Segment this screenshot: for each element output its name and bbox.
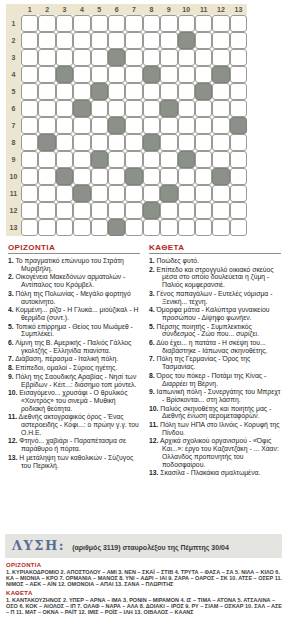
row-label: 1 bbox=[6, 15, 21, 32]
grid-cell[interactable] bbox=[91, 219, 108, 236]
grid-cell[interactable] bbox=[178, 219, 195, 236]
grid-cell[interactable] bbox=[125, 185, 142, 202]
grid-cell[interactable] bbox=[195, 66, 212, 83]
grid-cell[interactable] bbox=[178, 168, 195, 185]
grid-cell[interactable] bbox=[212, 32, 229, 49]
column-label: 12 bbox=[212, 4, 229, 15]
grid-cell[interactable] bbox=[21, 49, 38, 66]
grid-cell[interactable] bbox=[73, 151, 90, 168]
grid-cell[interactable] bbox=[125, 219, 142, 236]
grid-cell[interactable] bbox=[160, 219, 177, 236]
grid-cell[interactable] bbox=[125, 100, 142, 117]
across-clues: 1. Το πραγματικό επώνυμο του Στράτη Μυρι… bbox=[8, 257, 140, 469]
blocked-cell bbox=[91, 151, 108, 168]
clue-item: 1. Το πραγματικό επώνυμο του Στράτη Μυρι… bbox=[8, 257, 140, 272]
grid-cell[interactable] bbox=[125, 83, 142, 100]
blocked-cell bbox=[160, 185, 177, 202]
grid-cell[interactable] bbox=[73, 32, 90, 49]
grid-cell[interactable] bbox=[230, 83, 247, 100]
grid-cell[interactable] bbox=[38, 15, 55, 32]
row-label: 5 bbox=[6, 83, 21, 100]
grid-cell[interactable] bbox=[38, 49, 55, 66]
grid-cell[interactable] bbox=[230, 185, 247, 202]
grid-cell[interactable] bbox=[125, 15, 142, 32]
grid-cell[interactable] bbox=[195, 32, 212, 49]
row-label: 3 bbox=[6, 49, 21, 66]
grid-cell[interactable] bbox=[143, 219, 160, 236]
grid-cell[interactable] bbox=[195, 185, 212, 202]
grid-cell[interactable] bbox=[125, 49, 142, 66]
grid-cell[interactable] bbox=[212, 117, 229, 134]
grid-cell[interactable] bbox=[160, 117, 177, 134]
grid-cell[interactable] bbox=[108, 185, 125, 202]
grid-cell[interactable] bbox=[108, 15, 125, 32]
grid-cell[interactable] bbox=[21, 185, 38, 202]
blocked-cell bbox=[230, 117, 247, 134]
grid-cell[interactable] bbox=[21, 202, 38, 219]
blocked-cell bbox=[73, 100, 90, 117]
blocked-cell bbox=[212, 168, 229, 185]
grid-cell[interactable] bbox=[73, 134, 90, 151]
across-header: ΟΡΙΖΟΝΤΙΑ bbox=[8, 243, 140, 254]
grid-cell[interactable] bbox=[195, 151, 212, 168]
row-label: 12 bbox=[6, 202, 21, 219]
grid-cell[interactable] bbox=[143, 83, 160, 100]
clue-item: 9. Ιαπωνική πόλη - Συνεργάτης του Μπρεχτ… bbox=[149, 388, 281, 403]
clue-item: 8. Επίπεδοι, ομαλοί - Σύριος ηγέτης. bbox=[8, 364, 140, 372]
clue-item: 12. Φτηνό... χαβιάρι - Παραπέτασμα σε πα… bbox=[8, 437, 140, 452]
column-label: 9 bbox=[160, 4, 177, 15]
solution-across-text: 1. ΚΥΡΙΑΚΟΔΡΟΜΙΟ 2. ΑΠΟΣΤΟΛΟΥ – ΑΜΙ 3. Ν… bbox=[6, 569, 282, 588]
grid-cell[interactable] bbox=[212, 100, 229, 117]
blocked-cell bbox=[56, 66, 73, 83]
grid-cell[interactable] bbox=[91, 134, 108, 151]
blocked-cell bbox=[143, 134, 160, 151]
clues-section: ΟΡΙΖΟΝΤΙΑ 1. Το πραγματικό επώνυμο του Σ… bbox=[8, 243, 281, 478]
grid-cell[interactable] bbox=[195, 168, 212, 185]
grid-cell[interactable] bbox=[108, 134, 125, 151]
down-column: ΚΑΘΕΤΑ 1. Ποώδες φυτό.2. Επίπεδο και στρ… bbox=[149, 243, 281, 478]
grid-cell[interactable] bbox=[91, 66, 108, 83]
grid-cell[interactable] bbox=[125, 151, 142, 168]
grid-cell[interactable] bbox=[108, 32, 125, 49]
column-label: 10 bbox=[178, 4, 195, 15]
grid-cell[interactable] bbox=[178, 83, 195, 100]
blocked-cell bbox=[125, 168, 142, 185]
crossword-board: 1234567891011121312345678910111213 bbox=[6, 4, 247, 236]
blocked-cell bbox=[143, 202, 160, 219]
grid-cell[interactable] bbox=[143, 185, 160, 202]
grid-cell[interactable] bbox=[230, 66, 247, 83]
across-column: ΟΡΙΖΟΝΤΙΑ 1. Το πραγματικό επώνυμο του Σ… bbox=[8, 243, 140, 478]
grid-cell[interactable] bbox=[21, 219, 38, 236]
clue-item: 10. Παλιός σκηνοθέτης και ποιητής μας - … bbox=[149, 405, 281, 420]
solution-section: ΟΡΙΖΟΝΤΙΑ 1. ΚΥΡΙΑΚΟΔΡΟΜΙΟ 2. ΑΠΟΣΤΟΛΟΥ … bbox=[6, 560, 282, 615]
clue-item: 3. Πόλη της Πολωνίας - Μεγάλο φορτηγό αυ… bbox=[8, 290, 140, 305]
grid-cell[interactable] bbox=[178, 100, 195, 117]
clue-item: 2. Επίπεδο και στρογγυλό οικιακό σκεύος … bbox=[149, 266, 281, 289]
board-corner bbox=[6, 4, 21, 15]
grid-cell[interactable] bbox=[125, 32, 142, 49]
solution-down-text: 1. ΚΑΝΤΑΚΟΥΖΗΝΟΣ 2. ΥΠΕΡ – ΑΡΝΑ – ΙΜΑ 3.… bbox=[6, 597, 282, 616]
grid-cell[interactable] bbox=[56, 49, 73, 66]
grid-cell[interactable] bbox=[212, 49, 229, 66]
column-label: 11 bbox=[195, 4, 212, 15]
grid-cell[interactable] bbox=[212, 134, 229, 151]
clue-item: 5. Τοπικό επίρρημα - Θείος του Μωάμεθ - … bbox=[8, 323, 140, 338]
grid-cell[interactable] bbox=[91, 117, 108, 134]
grid-cell[interactable] bbox=[212, 151, 229, 168]
grid-cell[interactable] bbox=[230, 219, 247, 236]
solution-subtitle: (αριθμός 3119) σταυρολέξου της Πέμπτης 3… bbox=[72, 544, 229, 551]
clue-item: 9. Πόλη της Σαουδικής Αραβίας - Νησί των… bbox=[8, 373, 140, 388]
grid-cell[interactable] bbox=[125, 66, 142, 83]
blocked-cell bbox=[160, 100, 177, 117]
grid-cell[interactable] bbox=[38, 32, 55, 49]
solution-label: ΛΥΣΗ: bbox=[12, 538, 65, 553]
clue-item: 7. Πόλη της Γερμανίας - Όρος της Τασμανί… bbox=[149, 355, 281, 370]
clue-item: 13. Η μετάληψη των καθολικών - Σύζυγος τ… bbox=[8, 454, 140, 469]
grid-cell[interactable] bbox=[73, 15, 90, 32]
grid-cell[interactable] bbox=[73, 168, 90, 185]
grid-cell[interactable] bbox=[38, 219, 55, 236]
clue-item: 6. Λίμνη της Β. Αμερικής - Παλιός Γάλλος… bbox=[8, 339, 140, 354]
grid-cell[interactable] bbox=[230, 49, 247, 66]
grid-cell[interactable] bbox=[21, 83, 38, 100]
column-label: 5 bbox=[91, 4, 108, 15]
clue-item: 1. Ποώδες φυτό. bbox=[149, 257, 281, 265]
grid-cell[interactable] bbox=[21, 32, 38, 49]
grid-cell[interactable] bbox=[160, 83, 177, 100]
grid-cell[interactable] bbox=[230, 32, 247, 49]
blocked-cell bbox=[91, 83, 108, 100]
grid-cell[interactable] bbox=[21, 117, 38, 134]
grid-cell[interactable] bbox=[38, 117, 55, 134]
grid-cell[interactable] bbox=[230, 151, 247, 168]
grid-cell[interactable] bbox=[195, 134, 212, 151]
grid-cell[interactable] bbox=[56, 185, 73, 202]
down-header: ΚΑΘΕΤΑ bbox=[149, 243, 281, 254]
grid-cell[interactable] bbox=[195, 100, 212, 117]
clue-item: 8. Όρος του πόκερ - Ποτάμι της Κίνας - Δ… bbox=[149, 372, 281, 387]
column-label: 2 bbox=[38, 4, 55, 15]
clue-item: 11. Πόλη των ΗΠΑ στο Ιλινόις - Κορυφή τη… bbox=[149, 421, 281, 436]
clue-item: 4. Όμορφα μάτια - Καλύπτρα γυναικείου πρ… bbox=[149, 306, 281, 321]
grid-cell[interactable] bbox=[125, 117, 142, 134]
grid-cell[interactable] bbox=[178, 66, 195, 83]
grid-cell[interactable] bbox=[195, 15, 212, 32]
grid-cell[interactable] bbox=[56, 15, 73, 32]
grid-cell[interactable] bbox=[91, 15, 108, 32]
grid-cell[interactable] bbox=[178, 202, 195, 219]
grid-cell[interactable] bbox=[38, 168, 55, 185]
blocked-cell bbox=[108, 219, 125, 236]
grid-cell[interactable] bbox=[160, 66, 177, 83]
row-label: 4 bbox=[6, 66, 21, 83]
grid-cell[interactable] bbox=[38, 151, 55, 168]
column-label: 8 bbox=[143, 4, 160, 15]
grid-cell[interactable] bbox=[56, 202, 73, 219]
grid-cell[interactable] bbox=[230, 202, 247, 219]
clue-item: 4. Κομμένη... ρίζα - Η Γλυκά... μιούζικα… bbox=[8, 306, 140, 321]
blocked-cell bbox=[195, 83, 212, 100]
solution-banner: ΛΥΣΗ: (αριθμός 3119) σταυρολέξου της Πέμ… bbox=[5, 534, 282, 558]
column-label: 13 bbox=[230, 4, 247, 15]
grid-cell[interactable] bbox=[21, 100, 38, 117]
column-label: 6 bbox=[108, 4, 125, 15]
grid-cell[interactable] bbox=[21, 134, 38, 151]
grid-cell[interactable] bbox=[195, 49, 212, 66]
grid-cell[interactable] bbox=[230, 168, 247, 185]
grid-cell[interactable] bbox=[21, 151, 38, 168]
grid-cell[interactable] bbox=[73, 66, 90, 83]
blocked-cell bbox=[178, 151, 195, 168]
row-label: 8 bbox=[6, 134, 21, 151]
grid-cell[interactable] bbox=[56, 32, 73, 49]
grid-cell[interactable] bbox=[195, 219, 212, 236]
grid-cell[interactable] bbox=[73, 49, 90, 66]
grid-cell[interactable] bbox=[91, 185, 108, 202]
grid-cell[interactable] bbox=[21, 168, 38, 185]
blocked-cell bbox=[212, 66, 229, 83]
solution-across-header: ΟΡΙΖΟΝΤΙΑ bbox=[6, 562, 282, 568]
grid-cell[interactable] bbox=[160, 49, 177, 66]
down-clues: 1. Ποώδες φυτό.2. Επίπεδο και στρογγυλό … bbox=[149, 257, 281, 477]
grid-cell[interactable] bbox=[38, 185, 55, 202]
grid-cell[interactable] bbox=[160, 15, 177, 32]
grid-cell[interactable] bbox=[178, 185, 195, 202]
grid-cell[interactable] bbox=[56, 117, 73, 134]
grid-cell[interactable] bbox=[91, 49, 108, 66]
grid-cell[interactable] bbox=[73, 117, 90, 134]
grid-cell[interactable] bbox=[143, 117, 160, 134]
column-label: 1 bbox=[21, 4, 38, 15]
grid-cell[interactable] bbox=[38, 202, 55, 219]
grid-cell[interactable] bbox=[38, 100, 55, 117]
blocked-cell bbox=[108, 49, 125, 66]
clue-item: 12. Αρχικά σχολικού οργανισμού - «Όφις Κ… bbox=[149, 437, 281, 468]
row-label: 10 bbox=[6, 168, 21, 185]
grid-cell[interactable] bbox=[108, 66, 125, 83]
grid-cell[interactable] bbox=[38, 83, 55, 100]
blocked-cell bbox=[108, 117, 125, 134]
grid-cell[interactable] bbox=[160, 151, 177, 168]
blocked-cell bbox=[73, 185, 90, 202]
grid-cell[interactable] bbox=[143, 100, 160, 117]
grid-cell[interactable] bbox=[212, 219, 229, 236]
clue-item: 2. Οικογένεια Μακεδόνων αρματολών - Αντί… bbox=[8, 273, 140, 288]
grid-cell[interactable] bbox=[160, 202, 177, 219]
grid-cell[interactable] bbox=[91, 168, 108, 185]
grid-cell[interactable] bbox=[178, 15, 195, 32]
clue-item: 11. Διεθνής ακτογραφικός όρος - Ένας αστ… bbox=[8, 413, 140, 436]
blocked-cell bbox=[178, 32, 195, 49]
grid-cell[interactable] bbox=[21, 66, 38, 83]
crossword-page: 1234567891011121312345678910111213 ΟΡΙΖΟ… bbox=[0, 0, 287, 619]
clue-item: 5. Πέρσης ποιητής - Συμπλεκτικός σύνδεσμ… bbox=[149, 323, 281, 338]
grid-cell[interactable] bbox=[230, 100, 247, 117]
grid-cell[interactable] bbox=[212, 202, 229, 219]
grid-cell[interactable] bbox=[73, 83, 90, 100]
grid-cell[interactable] bbox=[143, 32, 160, 49]
grid-cell[interactable] bbox=[143, 15, 160, 32]
grid-cell[interactable] bbox=[38, 66, 55, 83]
column-label: 3 bbox=[56, 4, 73, 15]
column-label: 7 bbox=[125, 4, 142, 15]
row-label: 11 bbox=[6, 185, 21, 202]
row-label: 6 bbox=[6, 100, 21, 117]
solution-down-header: ΚΑΘΕΤΑ bbox=[6, 590, 282, 596]
grid-cell[interactable] bbox=[73, 219, 90, 236]
blocked-cell bbox=[143, 66, 160, 83]
row-label: 13 bbox=[6, 219, 21, 236]
row-label: 2 bbox=[6, 32, 21, 49]
grid-cell[interactable] bbox=[56, 219, 73, 236]
grid-cell[interactable] bbox=[108, 100, 125, 117]
grid-cell[interactable] bbox=[108, 168, 125, 185]
grid-cell[interactable] bbox=[178, 49, 195, 66]
grid-cell[interactable] bbox=[143, 168, 160, 185]
grid-cell[interactable] bbox=[91, 202, 108, 219]
clue-item: 10. Εισαγόμενο... χρυσάφι - Ο θρυλικός «… bbox=[8, 389, 140, 412]
row-label: 7 bbox=[6, 117, 21, 134]
grid-cell[interactable] bbox=[108, 202, 125, 219]
grid-cell[interactable] bbox=[125, 134, 142, 151]
grid-cell[interactable] bbox=[160, 134, 177, 151]
grid-cell[interactable] bbox=[56, 151, 73, 168]
grid-cell[interactable] bbox=[56, 134, 73, 151]
grid-cell[interactable] bbox=[230, 15, 247, 32]
grid-cell[interactable] bbox=[230, 134, 247, 151]
grid-cell[interactable] bbox=[212, 83, 229, 100]
grid-cell[interactable] bbox=[73, 202, 90, 219]
grid-cell[interactable] bbox=[56, 100, 73, 117]
grid-cell[interactable] bbox=[21, 15, 38, 32]
grid-cell[interactable] bbox=[125, 202, 142, 219]
grid-cell[interactable] bbox=[56, 83, 73, 100]
grid-cell[interactable] bbox=[143, 49, 160, 66]
blocked-cell bbox=[38, 134, 55, 151]
clue-item: 13. Σκασίλα - Πλακάκια σμαλτωμένα. bbox=[149, 469, 281, 477]
clue-item: 7. Διάβαση, πέρασμα - Ιταλική πόλη. bbox=[8, 355, 140, 363]
clue-item: 6. Δύο έχει... η πατάτα - Η σκέψη του...… bbox=[149, 339, 281, 354]
grid-cell[interactable] bbox=[91, 32, 108, 49]
grid-cell[interactable] bbox=[178, 117, 195, 134]
grid-cell[interactable] bbox=[143, 151, 160, 168]
grid-cell[interactable] bbox=[178, 134, 195, 151]
grid-cell[interactable] bbox=[108, 83, 125, 100]
grid-cell[interactable] bbox=[108, 151, 125, 168]
grid-cell[interactable] bbox=[212, 185, 229, 202]
grid-cell[interactable] bbox=[195, 117, 212, 134]
row-label: 9 bbox=[6, 151, 21, 168]
grid-cell[interactable] bbox=[160, 168, 177, 185]
grid-cell[interactable] bbox=[195, 202, 212, 219]
grid-cell[interactable] bbox=[91, 100, 108, 117]
clue-item: 3. Γένος παπαγάλων - Ευτελές νόμισμα - Ξ… bbox=[149, 290, 281, 305]
column-label: 4 bbox=[73, 4, 90, 15]
grid-cell[interactable] bbox=[160, 32, 177, 49]
blocked-cell bbox=[56, 168, 73, 185]
grid-cell[interactable] bbox=[212, 15, 229, 32]
